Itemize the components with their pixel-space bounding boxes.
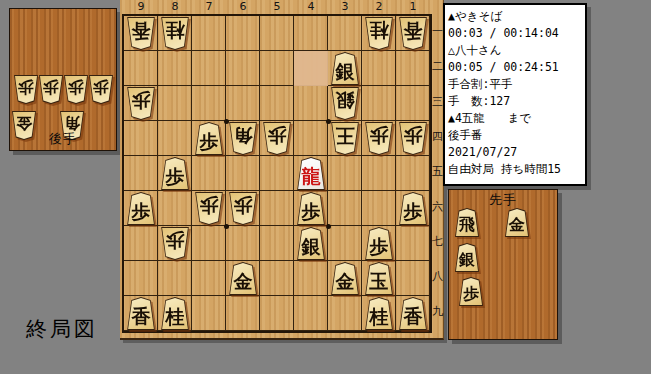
gote-hand-piece-歩[interactable]: 歩 [38,75,64,104]
shogi-piece-桂-89[interactable]: 桂 [160,297,190,330]
rank-label-9: 九 [432,294,443,329]
rank-label-4: 四 [432,119,443,154]
piece-kanji: 金 [330,270,360,292]
file-label-3: 3 [328,0,362,13]
game-date: 2021/07/27 [448,144,583,161]
piece-kanji: 歩 [126,90,156,112]
shogi-piece-歩-76[interactable]: 歩 [194,192,224,225]
shogi-piece-歩-66[interactable]: 歩 [228,192,258,225]
shogi-board[interactable]: 987654321 香桂桂香銀歩銀歩角歩王歩歩歩龍歩歩歩歩歩歩銀歩金金玉香桂桂香… [120,0,444,340]
rank-label-6: 六 [432,189,443,224]
gote-clock: 00:05 / 00:24:51 [448,59,583,76]
shogi-piece-銀-47[interactable]: 銀 [296,227,326,260]
piece-kanji: 銀 [330,90,360,112]
shogi-app-window: 歩歩歩歩金角 後手 987654321 香桂桂香銀歩銀歩角歩王歩歩歩龍歩歩歩歩歩… [0,0,651,374]
shogi-piece-歩-74[interactable]: 歩 [194,122,224,155]
gote-hand-piece-歩[interactable]: 歩 [88,75,114,104]
piece-kanji: 角 [228,125,258,147]
piece-kanji: 歩 [364,125,394,147]
piece-kanji: 香 [398,20,428,42]
shogi-piece-銀-33[interactable]: 銀 [330,87,360,120]
piece-kanji: 歩 [160,165,190,187]
piece-kanji: 歩 [194,195,224,217]
piece-kanji: 桂 [364,305,394,327]
rank-label-8: 八 [432,259,443,294]
rank-label-2: 二 [432,49,443,84]
shogi-piece-歩-87[interactable]: 歩 [160,227,190,260]
rank-label-1: 一 [432,14,443,49]
gote-captured-tray: 歩歩歩歩金角 後手 [9,8,117,151]
shogi-piece-桂-21[interactable]: 桂 [364,17,394,50]
piece-kanji: 歩 [398,200,428,222]
gote-hand-piece-歩[interactable]: 歩 [63,75,89,104]
shogi-piece-桂-81[interactable]: 桂 [160,17,190,50]
gote-player-name: △八十さん [448,42,583,59]
file-label-6: 6 [226,0,260,13]
file-label-2: 2 [362,0,396,13]
star-point [326,224,331,229]
piece-kanji: 歩 [13,78,39,97]
sente-hand-piece-歩[interactable]: 歩 [458,277,484,306]
piece-kanji: 歩 [194,130,224,152]
shogi-piece-歩-46[interactable]: 歩 [296,192,326,225]
turn-indicator: 後手番 [448,127,583,144]
shogi-piece-歩-24[interactable]: 歩 [364,122,394,155]
board-caption: 終局図 [26,315,98,343]
file-coordinate-labels: 987654321 [122,0,432,14]
sente-hand-piece-飛[interactable]: 飛 [454,208,480,237]
sente-player-name: ▲やきそば [448,8,583,25]
piece-kanji: 歩 [126,200,156,222]
move-count-text: 手 数:127 [448,93,583,110]
shogi-piece-玉-28[interactable]: 玉 [364,262,394,295]
shogi-piece-歩-14[interactable]: 歩 [398,122,428,155]
piece-kanji: 銀 [296,235,326,257]
shogi-piece-香-19[interactable]: 香 [398,297,428,330]
file-label-4: 4 [294,0,328,13]
shogi-piece-香-99[interactable]: 香 [126,297,156,330]
gote-tray-label: 後手 [10,130,116,148]
piece-kanji: 歩 [228,195,258,217]
shogi-piece-金-38[interactable]: 金 [330,262,360,295]
shogi-piece-歩-16[interactable]: 歩 [398,192,428,225]
sente-hand-piece-金[interactable]: 金 [504,208,530,237]
shogi-piece-金-68[interactable]: 金 [228,262,258,295]
rank-coordinate-labels: 一二三四五六七八九 [432,14,443,333]
shogi-piece-龍-45[interactable]: 龍 [296,157,326,190]
piece-kanji: 香 [126,305,156,327]
piece-kanji: 玉 [364,270,394,292]
piece-kanji: 歩 [63,78,89,97]
handicap-text: 手合割:平手 [448,76,583,93]
shogi-piece-歩-93[interactable]: 歩 [126,87,156,120]
shogi-piece-歩-96[interactable]: 歩 [126,192,156,225]
shogi-piece-歩-54[interactable]: 歩 [262,122,292,155]
sente-clock: 00:03 / 00:14:04 [448,25,583,42]
last-move-text: ▲4五龍 まで [448,110,583,127]
board-grid[interactable]: 香桂桂香銀歩銀歩角歩王歩歩歩龍歩歩歩歩歩歩銀歩金金玉香桂桂香 [122,14,432,333]
file-label-7: 7 [192,0,226,13]
shogi-piece-歩-85[interactable]: 歩 [160,157,190,190]
piece-kanji: 銀 [454,250,480,269]
piece-kanji: 歩 [398,125,428,147]
shogi-piece-銀-32[interactable]: 銀 [330,52,360,85]
rank-label-5: 五 [432,154,443,189]
piece-kanji: 飛 [454,215,480,234]
piece-kanji: 銀 [330,60,360,82]
piece-kanji: 歩 [296,200,326,222]
piece-kanji: 香 [126,20,156,42]
piece-kanji: 歩 [262,125,292,147]
gote-hand-piece-歩[interactable]: 歩 [13,75,39,104]
file-label-8: 8 [158,0,192,13]
piece-kanji: 王 [330,125,360,147]
piece-kanji: 歩 [364,235,394,257]
rank-label-3: 三 [432,84,443,119]
shogi-piece-香-11[interactable]: 香 [398,17,428,50]
sente-captured-tray: 先手 飛金銀歩 [448,189,558,340]
shogi-piece-歩-27[interactable]: 歩 [364,227,394,260]
game-mode: 自由対局 持ち時間15 [448,161,583,178]
shogi-piece-香-91[interactable]: 香 [126,17,156,50]
piece-kanji: 歩 [458,284,484,303]
piece-kanji: 桂 [160,20,190,42]
piece-kanji: 金 [504,215,530,234]
shogi-piece-桂-29[interactable]: 桂 [364,297,394,330]
piece-kanji: 歩 [160,230,190,252]
file-label-1: 1 [396,0,430,13]
piece-kanji: 桂 [160,305,190,327]
sente-tray-label: 先手 [449,191,557,209]
piece-kanji: 歩 [88,78,114,97]
shogi-piece-王-34[interactable]: 王 [330,122,360,155]
piece-kanji: 龍 [296,165,326,187]
highlighted-square[interactable] [294,51,328,86]
piece-kanji: 歩 [38,78,64,97]
rank-label-7: 七 [432,224,443,259]
game-info-panel: ▲やきそば 00:03 / 00:14:04 △八十さん 00:05 / 00:… [443,3,587,186]
piece-kanji: 桂 [364,20,394,42]
piece-kanji: 金 [228,270,258,292]
file-label-5: 5 [260,0,294,13]
piece-kanji: 香 [398,305,428,327]
sente-hand-piece-銀[interactable]: 銀 [454,243,480,272]
shogi-piece-角-64[interactable]: 角 [228,122,258,155]
file-label-9: 9 [124,0,158,13]
